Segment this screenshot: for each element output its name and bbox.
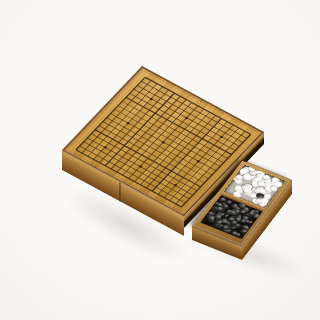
go-stone-white xyxy=(271,186,277,191)
go-stone-white xyxy=(243,174,252,180)
board-side-seam xyxy=(119,182,120,201)
go-stone-white xyxy=(258,181,264,186)
go-set-product-photo xyxy=(0,0,320,320)
go-stone-black xyxy=(238,228,247,234)
